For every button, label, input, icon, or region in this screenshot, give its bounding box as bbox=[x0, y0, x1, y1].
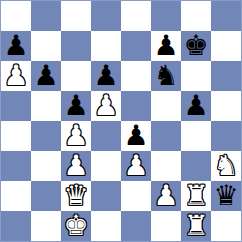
square-b8[interactable] bbox=[31, 1, 61, 31]
square-f8[interactable] bbox=[151, 1, 181, 31]
square-g5[interactable]: ♟ bbox=[181, 91, 211, 121]
square-a1[interactable] bbox=[1, 211, 31, 241]
square-f6[interactable]: ♞ bbox=[151, 61, 181, 91]
square-b1[interactable] bbox=[31, 211, 61, 241]
square-a2[interactable] bbox=[1, 181, 31, 211]
square-g1[interactable]: ♜ bbox=[181, 211, 211, 241]
square-h2[interactable]: ♛ bbox=[211, 181, 241, 211]
square-a3[interactable] bbox=[1, 151, 31, 181]
square-c8[interactable] bbox=[61, 1, 91, 31]
square-a6[interactable]: ♟ bbox=[1, 61, 31, 91]
square-d6[interactable]: ♟ bbox=[91, 61, 121, 91]
piece-black-knight: ♞ bbox=[153, 61, 178, 91]
piece-black-pawn: ♟ bbox=[123, 121, 148, 151]
square-e1[interactable] bbox=[121, 211, 151, 241]
square-c1[interactable]: ♚ bbox=[61, 211, 91, 241]
square-e3[interactable]: ♟ bbox=[121, 151, 151, 181]
square-b5[interactable] bbox=[31, 91, 61, 121]
square-b2[interactable] bbox=[31, 181, 61, 211]
square-g6[interactable] bbox=[181, 61, 211, 91]
piece-black-pawn: ♟ bbox=[93, 61, 118, 91]
piece-white-queen: ♛ bbox=[63, 181, 88, 211]
square-b7[interactable] bbox=[31, 31, 61, 61]
square-d1[interactable] bbox=[91, 211, 121, 241]
square-c5[interactable]: ♟ bbox=[61, 91, 91, 121]
square-e5[interactable] bbox=[121, 91, 151, 121]
square-f2[interactable]: ♟ bbox=[151, 181, 181, 211]
piece-white-pawn: ♟ bbox=[63, 121, 88, 151]
piece-black-pawn: ♟ bbox=[33, 61, 58, 91]
square-f1[interactable] bbox=[151, 211, 181, 241]
square-b3[interactable] bbox=[31, 151, 61, 181]
square-g2[interactable]: ♜ bbox=[181, 181, 211, 211]
square-c6[interactable] bbox=[61, 61, 91, 91]
square-a5[interactable] bbox=[1, 91, 31, 121]
square-a7[interactable]: ♟ bbox=[1, 31, 31, 61]
piece-white-pawn: ♟ bbox=[153, 181, 178, 211]
square-c2[interactable]: ♛ bbox=[61, 181, 91, 211]
square-d7[interactable] bbox=[91, 31, 121, 61]
square-c7[interactable] bbox=[61, 31, 91, 61]
square-f4[interactable] bbox=[151, 121, 181, 151]
square-b4[interactable] bbox=[31, 121, 61, 151]
square-h5[interactable] bbox=[211, 91, 241, 121]
square-g8[interactable] bbox=[181, 1, 211, 31]
piece-white-rook: ♜ bbox=[183, 181, 208, 211]
square-d5[interactable]: ♟ bbox=[91, 91, 121, 121]
square-d2[interactable] bbox=[91, 181, 121, 211]
square-h8[interactable] bbox=[211, 1, 241, 31]
square-e2[interactable] bbox=[121, 181, 151, 211]
square-d3[interactable] bbox=[91, 151, 121, 181]
square-e4[interactable]: ♟ bbox=[121, 121, 151, 151]
square-d4[interactable] bbox=[91, 121, 121, 151]
piece-black-queen: ♛ bbox=[213, 181, 238, 211]
piece-black-pawn: ♟ bbox=[183, 91, 208, 121]
piece-white-rook: ♜ bbox=[183, 211, 208, 241]
square-f7[interactable]: ♟ bbox=[151, 31, 181, 61]
square-a4[interactable] bbox=[1, 121, 31, 151]
piece-black-king: ♚ bbox=[183, 31, 208, 61]
square-e6[interactable] bbox=[121, 61, 151, 91]
piece-white-pawn: ♟ bbox=[63, 151, 88, 181]
square-a8[interactable] bbox=[1, 1, 31, 31]
piece-white-pawn: ♟ bbox=[3, 61, 28, 91]
square-h6[interactable] bbox=[211, 61, 241, 91]
piece-white-knight: ♞ bbox=[213, 151, 238, 181]
square-f3[interactable] bbox=[151, 151, 181, 181]
piece-white-pawn: ♟ bbox=[93, 91, 118, 121]
square-g3[interactable] bbox=[181, 151, 211, 181]
square-h7[interactable] bbox=[211, 31, 241, 61]
square-e7[interactable] bbox=[121, 31, 151, 61]
square-g4[interactable] bbox=[181, 121, 211, 151]
square-f5[interactable] bbox=[151, 91, 181, 121]
piece-black-pawn: ♟ bbox=[63, 91, 88, 121]
square-h3[interactable]: ♞ bbox=[211, 151, 241, 181]
square-b6[interactable]: ♟ bbox=[31, 61, 61, 91]
square-d8[interactable] bbox=[91, 1, 121, 31]
square-e8[interactable] bbox=[121, 1, 151, 31]
square-g7[interactable]: ♚ bbox=[181, 31, 211, 61]
piece-white-pawn: ♟ bbox=[123, 151, 148, 181]
chess-board: ♟♟♚♟♟♟♞♟♟♟♟♟♟♟♞♛♟♜♛♚♜ bbox=[0, 0, 242, 242]
square-h4[interactable] bbox=[211, 121, 241, 151]
square-h1[interactable] bbox=[211, 211, 241, 241]
piece-black-pawn: ♟ bbox=[3, 31, 28, 61]
square-c4[interactable]: ♟ bbox=[61, 121, 91, 151]
piece-white-king: ♚ bbox=[63, 211, 88, 241]
piece-black-pawn: ♟ bbox=[153, 31, 178, 61]
square-c3[interactable]: ♟ bbox=[61, 151, 91, 181]
